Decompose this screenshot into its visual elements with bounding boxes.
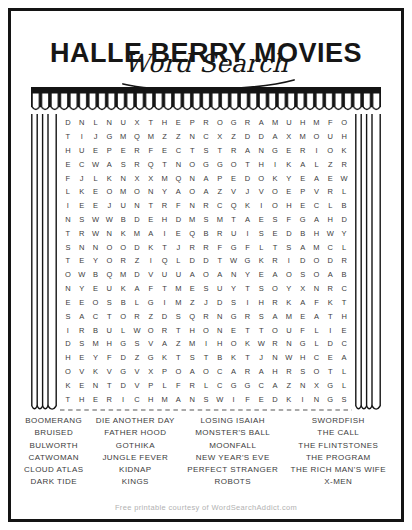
word-item: SWORDFISH bbox=[312, 415, 365, 427]
curtain-left bbox=[31, 93, 57, 413]
grid-cell: S bbox=[185, 351, 199, 365]
grid-cell: A bbox=[241, 213, 255, 227]
grid-cell: S bbox=[199, 144, 213, 158]
grid-cell: C bbox=[213, 365, 227, 379]
grid-cell: L bbox=[337, 365, 351, 379]
grid-cell: Z bbox=[213, 185, 227, 199]
grid-cell: D bbox=[213, 296, 227, 310]
grid-cell: X bbox=[282, 130, 296, 144]
word-item: JUNGLE FEVER bbox=[102, 452, 168, 464]
grid-cell: Z bbox=[130, 351, 144, 365]
grid-cell: H bbox=[296, 351, 310, 365]
grid-cell: I bbox=[241, 296, 255, 310]
grid-cell: N bbox=[185, 392, 199, 406]
grid-cell: T bbox=[144, 199, 158, 213]
grid-cell: B bbox=[116, 296, 130, 310]
grid-cell: M bbox=[213, 213, 227, 227]
grid-cell: F bbox=[282, 213, 296, 227]
grid-cell: T bbox=[323, 365, 337, 379]
grid-cell: E bbox=[227, 171, 241, 185]
grid-cell: A bbox=[296, 240, 310, 254]
grid-cell: O bbox=[268, 282, 282, 296]
grid-cell: L bbox=[199, 378, 213, 392]
grid-cell: T bbox=[323, 309, 337, 323]
grid-cell: Y bbox=[241, 268, 255, 282]
grid-cell: S bbox=[337, 392, 351, 406]
grid-cell: I bbox=[296, 392, 310, 406]
grid-cell: I bbox=[144, 254, 158, 268]
grid-cell: O bbox=[337, 116, 351, 130]
grid-cell: A bbox=[171, 185, 185, 199]
grid-cell: D bbox=[241, 171, 255, 185]
grid-cell: S bbox=[254, 226, 268, 240]
grid-cell: A bbox=[227, 365, 241, 379]
grid-cell: K bbox=[282, 392, 296, 406]
letter-grid: DNLNUXTHEPROGRAMUHMFOTIJGMQMZZNCXZDDAXMO… bbox=[61, 116, 351, 406]
grid-cell: K bbox=[241, 199, 255, 213]
grid-cell: F bbox=[241, 392, 255, 406]
grid-cell: K bbox=[268, 171, 282, 185]
grid-cell: R bbox=[241, 309, 255, 323]
grid-cell: F bbox=[144, 282, 158, 296]
grid-cell: A bbox=[310, 171, 324, 185]
grid-cell: N bbox=[213, 309, 227, 323]
grid-cell: O bbox=[185, 185, 199, 199]
grid-cell: H bbox=[102, 337, 116, 351]
grid-cell: T bbox=[158, 240, 172, 254]
word-item: THE RICH MAN'S WIFE bbox=[291, 464, 386, 476]
grid-cell: U bbox=[102, 282, 116, 296]
grid-cell: J bbox=[75, 171, 89, 185]
grid-cell: D bbox=[337, 213, 351, 227]
grid-cell: A bbox=[158, 337, 172, 351]
grid-cell: A bbox=[254, 116, 268, 130]
grid-cell: S bbox=[282, 240, 296, 254]
grid-cell: T bbox=[268, 240, 282, 254]
grid-cell: E bbox=[75, 296, 89, 310]
grid-cell: H bbox=[254, 157, 268, 171]
grid-cell: X bbox=[296, 282, 310, 296]
grid-cell: E bbox=[171, 226, 185, 240]
grid-cell: V bbox=[310, 185, 324, 199]
grid-cell: L bbox=[254, 240, 268, 254]
grid-cell: Q bbox=[185, 226, 199, 240]
grid-cell: H bbox=[61, 144, 75, 158]
grid-cell: S bbox=[199, 392, 213, 406]
grid-cell: E bbox=[296, 199, 310, 213]
grid-cell: K bbox=[89, 365, 103, 379]
grid-cell: R bbox=[213, 226, 227, 240]
word-list: BOOMERANGBRUISEDBULWORTHCATWOMANCLOUD AT… bbox=[24, 415, 386, 489]
grid-cell: A bbox=[241, 144, 255, 158]
grid-cell: L bbox=[130, 296, 144, 310]
grid-cell: R bbox=[199, 199, 213, 213]
grid-cell: A bbox=[268, 268, 282, 282]
grid-cell: N bbox=[171, 157, 185, 171]
grid-cell: T bbox=[158, 282, 172, 296]
footer-credit: Free printable courtesy of WordSearchAdd… bbox=[0, 503, 412, 512]
grid-cell: G bbox=[102, 130, 116, 144]
grid-cell: Y bbox=[75, 282, 89, 296]
grid-cell: E bbox=[337, 323, 351, 337]
grid-cell: E bbox=[296, 171, 310, 185]
grid-cell: O bbox=[144, 323, 158, 337]
grid-cell: L bbox=[310, 323, 324, 337]
grid-cell: R bbox=[158, 199, 172, 213]
grid-cell: Y bbox=[89, 351, 103, 365]
grid-cell: S bbox=[75, 337, 89, 351]
grid-cell: G bbox=[227, 240, 241, 254]
grid-cell: J bbox=[199, 296, 213, 310]
grid-cell: E bbox=[227, 323, 241, 337]
grid-cell: E bbox=[282, 185, 296, 199]
grid-cell: J bbox=[89, 130, 103, 144]
grid-cell: U bbox=[171, 268, 185, 282]
grid-cell: O bbox=[199, 365, 213, 379]
grid-cell: D bbox=[116, 351, 130, 365]
grid-cell: M bbox=[171, 296, 185, 310]
grid-cell: O bbox=[116, 240, 130, 254]
grid-cell: Y bbox=[282, 171, 296, 185]
grid-cell: H bbox=[323, 213, 337, 227]
grid-cell: K bbox=[158, 351, 172, 365]
grid-cell: H bbox=[61, 351, 75, 365]
grid-cell: J bbox=[171, 240, 185, 254]
grid-cell: F bbox=[323, 116, 337, 130]
grid-cell: G bbox=[241, 254, 255, 268]
grid-cell: V bbox=[144, 337, 158, 351]
grid-cell: H bbox=[310, 226, 324, 240]
grid-cell: I bbox=[116, 392, 130, 406]
grid-cell: O bbox=[116, 309, 130, 323]
grid-cell: M bbox=[144, 130, 158, 144]
grid-cell: S bbox=[61, 240, 75, 254]
grid-cell: G bbox=[144, 296, 158, 310]
grid-cell: S bbox=[102, 296, 116, 310]
grid-cell: A bbox=[144, 226, 158, 240]
grid-cell: K bbox=[337, 144, 351, 158]
grid-cell: N bbox=[102, 226, 116, 240]
word-item: PERFECT STRANGER bbox=[187, 464, 278, 476]
grid-cell: G bbox=[241, 378, 255, 392]
word-item: CLOUD ATLAS bbox=[24, 464, 84, 476]
grid-cell: E bbox=[268, 226, 282, 240]
grid-cell: T bbox=[185, 144, 199, 158]
grid-cell: N bbox=[130, 199, 144, 213]
word-item: LOSING ISAIAH bbox=[200, 415, 265, 427]
grid-cell: S bbox=[254, 309, 268, 323]
grid-cell: N bbox=[61, 282, 75, 296]
grid-cell: G bbox=[144, 351, 158, 365]
grid-cell: K bbox=[116, 226, 130, 240]
grid-cell: D bbox=[282, 226, 296, 240]
word-item: THE FLINTSTONES bbox=[298, 440, 378, 452]
grid-cell: Q bbox=[144, 157, 158, 171]
grid-cell: T bbox=[227, 213, 241, 227]
grid-cell: R bbox=[199, 116, 213, 130]
grid-cell: B bbox=[337, 199, 351, 213]
grid-cell: D bbox=[61, 116, 75, 130]
grid-cell: M bbox=[158, 392, 172, 406]
grid-cell: H bbox=[337, 130, 351, 144]
grid-cell: O bbox=[268, 199, 282, 213]
grid-cell: A bbox=[102, 157, 116, 171]
word-item: ROBOTS bbox=[214, 476, 250, 488]
grid-cell: J bbox=[102, 199, 116, 213]
grid-cell: O bbox=[185, 157, 199, 171]
word-item: BOOMERANG bbox=[25, 415, 82, 427]
grid-cell: I bbox=[227, 392, 241, 406]
grid-cell: W bbox=[89, 213, 103, 227]
grid-cell: E bbox=[75, 378, 89, 392]
grid-cell: T bbox=[241, 323, 255, 337]
grid-cell: A bbox=[310, 213, 324, 227]
word-item: BRUISED bbox=[34, 427, 73, 439]
grid-cell: D bbox=[116, 378, 130, 392]
grid-cell: R bbox=[158, 323, 172, 337]
grid-cell: E bbox=[171, 116, 185, 130]
word-item: THE CALL bbox=[317, 427, 359, 439]
grid-cell: I bbox=[254, 199, 268, 213]
grid-cell: Y bbox=[337, 226, 351, 240]
grid-cell: M bbox=[130, 226, 144, 240]
grid-cell: W bbox=[254, 337, 268, 351]
grid-cell: Z bbox=[227, 130, 241, 144]
grid-cell: A bbox=[130, 282, 144, 296]
grid-cell: G bbox=[116, 337, 130, 351]
grid-cell: R bbox=[282, 365, 296, 379]
grid-cell: C bbox=[213, 378, 227, 392]
grid-cell: N bbox=[185, 199, 199, 213]
grid-cell: L bbox=[323, 199, 337, 213]
grid-cell: W bbox=[282, 351, 296, 365]
grid-cell: B bbox=[337, 268, 351, 282]
word-item: GOTHIKA bbox=[116, 440, 155, 452]
grid-cell: C bbox=[254, 378, 268, 392]
grid-cell: V bbox=[144, 268, 158, 282]
grid-cell: O bbox=[254, 171, 268, 185]
word-item: THE PROGRAM bbox=[306, 452, 371, 464]
grid-cell: D bbox=[268, 392, 282, 406]
grid-cell: A bbox=[296, 296, 310, 310]
grid-cell: E bbox=[254, 213, 268, 227]
grid-cell: S bbox=[296, 268, 310, 282]
grid-cell: K bbox=[144, 240, 158, 254]
grid-cell: A bbox=[323, 268, 337, 282]
grid-cell: I bbox=[61, 199, 75, 213]
grid-cell: L bbox=[337, 378, 351, 392]
word-item: BULWORTH bbox=[29, 440, 78, 452]
grid-cell: K bbox=[323, 296, 337, 310]
grid-cell: I bbox=[75, 130, 89, 144]
grid-cell: Z bbox=[158, 130, 172, 144]
grid-cell: O bbox=[310, 268, 324, 282]
grid-cell: O bbox=[227, 337, 241, 351]
grid-cell: T bbox=[241, 157, 255, 171]
grid-cell: I bbox=[323, 323, 337, 337]
grid-cell: K bbox=[61, 378, 75, 392]
grid-cell: N bbox=[185, 130, 199, 144]
grid-cell: E bbox=[61, 296, 75, 310]
grid-cell: L bbox=[171, 254, 185, 268]
grid-cell: Z bbox=[323, 157, 337, 171]
grid-cell: M bbox=[171, 282, 185, 296]
grid-cell: T bbox=[213, 254, 227, 268]
grid-cell: S bbox=[75, 213, 89, 227]
grid-cell: S bbox=[130, 337, 144, 351]
grid-cell: G bbox=[268, 144, 282, 158]
grid-cell: R bbox=[199, 309, 213, 323]
grid-cell: N bbox=[185, 171, 199, 185]
grid-cell: C bbox=[130, 392, 144, 406]
grid-cell: M bbox=[185, 337, 199, 351]
grid-cell: N bbox=[89, 240, 103, 254]
grid-cell: U bbox=[102, 323, 116, 337]
grid-cell: Q bbox=[185, 309, 199, 323]
grid-cell: S bbox=[296, 365, 310, 379]
grid-cell: R bbox=[337, 254, 351, 268]
grid-cell: O bbox=[130, 185, 144, 199]
grid-cell: G bbox=[227, 378, 241, 392]
grid-cell: R bbox=[241, 365, 255, 379]
grid-cell: S bbox=[171, 309, 185, 323]
grid-cell: H bbox=[144, 392, 158, 406]
grid-cell: R bbox=[323, 282, 337, 296]
grid-cell: N bbox=[61, 213, 75, 227]
grid-cell: G bbox=[296, 213, 310, 227]
grid-cell: W bbox=[102, 213, 116, 227]
grid-cell: D bbox=[130, 240, 144, 254]
grid-cell: C bbox=[89, 309, 103, 323]
grid-cell: M bbox=[282, 309, 296, 323]
grid-cell: F bbox=[310, 296, 324, 310]
grid-cell: H bbox=[75, 392, 89, 406]
grid-cell: G bbox=[323, 392, 337, 406]
grid-cell: H bbox=[296, 116, 310, 130]
grid-cell: O bbox=[282, 268, 296, 282]
grid-cell: E bbox=[89, 282, 103, 296]
grid-cell: O bbox=[61, 365, 75, 379]
grid-cell: V bbox=[227, 185, 241, 199]
grid-cell: E bbox=[61, 157, 75, 171]
word-item: FATHER HOOD bbox=[104, 427, 166, 439]
grid-cell: K bbox=[241, 337, 255, 351]
grid-cell: U bbox=[116, 199, 130, 213]
grid-cell: Q bbox=[158, 254, 172, 268]
grid-cell: R bbox=[102, 392, 116, 406]
grid-cell: D bbox=[241, 130, 255, 144]
grid-cell: L bbox=[310, 157, 324, 171]
grid-cell: M bbox=[296, 130, 310, 144]
grid-cell: A bbox=[75, 309, 89, 323]
grid-cell: R bbox=[268, 254, 282, 268]
grid-cell: M bbox=[89, 337, 103, 351]
grid-cell: C bbox=[323, 240, 337, 254]
grid-cell: T bbox=[102, 378, 116, 392]
grid-cell: N bbox=[268, 351, 282, 365]
grid-cell: O bbox=[310, 365, 324, 379]
grid-cell: Z bbox=[185, 296, 199, 310]
grid-cell: K bbox=[102, 171, 116, 185]
grid-cell: C bbox=[337, 337, 351, 351]
grid-cell: E bbox=[296, 309, 310, 323]
grid-cell: R bbox=[337, 157, 351, 171]
grid-cell: E bbox=[75, 351, 89, 365]
grid-cell: H bbox=[337, 309, 351, 323]
grid-cell: A bbox=[199, 171, 213, 185]
grid-cell: R bbox=[130, 144, 144, 158]
word-item: DARK TIDE bbox=[30, 476, 77, 488]
grid-cell: G bbox=[116, 365, 130, 379]
grid-cell: Q bbox=[227, 199, 241, 213]
grid-cell: D bbox=[323, 337, 337, 351]
grid-cell: S bbox=[61, 309, 75, 323]
grid-cell: U bbox=[158, 268, 172, 282]
grid-cell: K bbox=[282, 296, 296, 310]
grid-cell: T bbox=[171, 351, 185, 365]
grid-cell: I bbox=[199, 337, 213, 351]
grid-cell: W bbox=[337, 171, 351, 185]
grid-cell: A bbox=[268, 130, 282, 144]
grid-cell: B bbox=[89, 323, 103, 337]
grid-cell: E bbox=[89, 185, 103, 199]
word-column: LOSING ISAIAHMONSTER'S BALLMOONFALLNEW Y… bbox=[187, 415, 278, 489]
grid-cell: T bbox=[61, 226, 75, 240]
grid-cell: N bbox=[254, 144, 268, 158]
puzzle-stage: DNLNUXTHEPROGRAMUHMFOTIJGMQMZZNCXZDDAXMO… bbox=[31, 87, 381, 419]
grid-cell: E bbox=[323, 351, 337, 365]
grid-cell: A bbox=[268, 309, 282, 323]
grid-cell: L bbox=[310, 337, 324, 351]
grid-cell: D bbox=[185, 254, 199, 268]
grid-cell: L bbox=[61, 185, 75, 199]
word-item: CATWOMAN bbox=[28, 452, 79, 464]
grid-cell: D bbox=[171, 213, 185, 227]
grid-cell: W bbox=[227, 254, 241, 268]
grid-cell: T bbox=[61, 392, 75, 406]
grid-cell: M bbox=[116, 268, 130, 282]
grid-cell: E bbox=[254, 268, 268, 282]
grid-cell: A bbox=[171, 392, 185, 406]
grid-cell: H bbox=[213, 337, 227, 351]
grid-cell: O bbox=[102, 240, 116, 254]
grid-cell: F bbox=[171, 199, 185, 213]
grid-cell: D bbox=[199, 254, 213, 268]
grid-cell: S bbox=[199, 282, 213, 296]
grid-cell: R bbox=[241, 116, 255, 130]
grid-cell: V bbox=[102, 365, 116, 379]
grid-cell: H bbox=[282, 199, 296, 213]
grid-cell: J bbox=[241, 185, 255, 199]
grid-cell: T bbox=[241, 351, 255, 365]
grid-cell: H bbox=[158, 213, 172, 227]
grid-cell: U bbox=[227, 226, 241, 240]
grid-cell: W bbox=[213, 392, 227, 406]
grid-cell: S bbox=[116, 157, 130, 171]
grid-cell: O bbox=[213, 116, 227, 130]
grid-cell: R bbox=[323, 185, 337, 199]
word-column: SWORDFISHTHE CALLTHE FLINTSTONESTHE PROG… bbox=[291, 415, 386, 489]
grid-cell: O bbox=[199, 268, 213, 282]
grid-cell: W bbox=[323, 226, 337, 240]
grid-cell: C bbox=[171, 144, 185, 158]
grid-cell: P bbox=[213, 171, 227, 185]
grid-cell: L bbox=[89, 171, 103, 185]
grid-cell: P bbox=[158, 365, 172, 379]
grid-cell: B bbox=[296, 226, 310, 240]
grid-cell: H bbox=[268, 365, 282, 379]
grid-cell: T bbox=[61, 130, 75, 144]
